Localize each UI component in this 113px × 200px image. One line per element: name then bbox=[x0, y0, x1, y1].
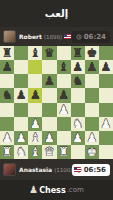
square-a6[interactable] bbox=[0, 74, 14, 88]
square-h4[interactable] bbox=[99, 103, 113, 117]
white-rook: ♜ bbox=[58, 145, 69, 157]
square-a1[interactable]: ♜ bbox=[0, 145, 14, 159]
square-b7[interactable] bbox=[14, 60, 28, 74]
square-f1[interactable] bbox=[71, 145, 85, 159]
white-knight: ♞ bbox=[72, 117, 83, 129]
white-pawn: ♟ bbox=[101, 117, 112, 129]
square-d5[interactable] bbox=[42, 88, 56, 102]
opponent-name: Robert bbox=[19, 33, 42, 40]
opponent-row: Robert (1898) 06:24 bbox=[0, 27, 113, 46]
square-c8[interactable]: ♝ bbox=[28, 46, 42, 60]
square-e5[interactable]: ♟ bbox=[57, 88, 71, 102]
white-queen: ♛ bbox=[44, 145, 55, 157]
white-rook: ♜ bbox=[2, 145, 13, 157]
square-b4[interactable] bbox=[14, 103, 28, 117]
square-a5[interactable]: ♞ bbox=[0, 88, 14, 102]
white-pawn: ♟ bbox=[44, 131, 55, 143]
square-d4[interactable] bbox=[42, 103, 56, 117]
square-a7[interactable]: ♟ bbox=[0, 60, 14, 74]
square-g3[interactable] bbox=[85, 117, 99, 131]
square-h5[interactable] bbox=[99, 88, 113, 102]
square-g7[interactable]: ♟ bbox=[85, 60, 99, 74]
square-c1[interactable]: ♝ bbox=[28, 145, 42, 159]
square-b6[interactable] bbox=[14, 74, 28, 88]
chesscom-logo: Chess bbox=[39, 186, 66, 195]
white-pawn: ♟ bbox=[16, 131, 27, 143]
square-e8[interactable] bbox=[57, 46, 71, 60]
square-a8[interactable]: ♜ bbox=[0, 46, 14, 60]
white-pawn: ♟ bbox=[72, 131, 83, 143]
square-a4[interactable] bbox=[0, 103, 14, 117]
square-b8[interactable] bbox=[14, 46, 28, 60]
square-c5[interactable]: ♟ bbox=[28, 88, 42, 102]
pawn-logo-icon: ♟ bbox=[29, 185, 38, 195]
square-h7[interactable]: ♟ bbox=[99, 60, 113, 74]
square-f3[interactable]: ♞ bbox=[71, 117, 85, 131]
white-bishop: ♝ bbox=[30, 131, 41, 143]
square-f2[interactable]: ♟ bbox=[71, 131, 85, 145]
player-flag-icon bbox=[74, 167, 81, 172]
square-a2[interactable]: ♟ bbox=[0, 131, 14, 145]
black-pawn: ♟ bbox=[86, 61, 97, 73]
white-pawn: ♟ bbox=[58, 103, 69, 115]
opponent-avatar[interactable] bbox=[3, 30, 16, 43]
square-h1[interactable] bbox=[99, 145, 113, 159]
white-pawn: ♟ bbox=[86, 131, 97, 143]
black-king: ♚ bbox=[86, 47, 97, 59]
square-e1[interactable]: ♜ bbox=[57, 145, 71, 159]
opponent-rating: (1898) bbox=[44, 34, 62, 40]
square-e7[interactable]: ♝ bbox=[57, 60, 71, 74]
clock-icon bbox=[76, 34, 82, 40]
white-pawn: ♟ bbox=[30, 117, 41, 129]
square-c2[interactable]: ♝ bbox=[28, 131, 42, 145]
square-d1[interactable]: ♛ bbox=[42, 145, 56, 159]
white-pawn: ♟ bbox=[2, 131, 13, 143]
square-c7[interactable] bbox=[28, 60, 42, 74]
white-bishop: ♝ bbox=[30, 145, 41, 157]
black-pawn: ♟ bbox=[44, 75, 55, 87]
square-g5[interactable] bbox=[85, 88, 99, 102]
black-knight: ♞ bbox=[72, 75, 83, 87]
black-bishop: ♝ bbox=[58, 61, 69, 73]
white-king: ♚ bbox=[86, 145, 97, 157]
opponent-clock: 06:24 bbox=[72, 31, 110, 43]
square-g8[interactable]: ♚ bbox=[85, 46, 99, 60]
square-e4[interactable]: ♟ bbox=[57, 103, 71, 117]
white-knight: ♞ bbox=[16, 145, 27, 157]
square-g4[interactable] bbox=[85, 103, 99, 117]
player-row: Anastasia (1100) 06:56 bbox=[0, 159, 113, 180]
page-title: إلعب bbox=[45, 8, 68, 19]
black-pawn: ♟ bbox=[101, 61, 112, 73]
square-b3[interactable] bbox=[14, 117, 28, 131]
opponent-flag-icon bbox=[64, 34, 71, 39]
footer: ♟ Chess .com bbox=[0, 180, 113, 200]
square-g6[interactable] bbox=[85, 74, 99, 88]
top-bar: إلعب bbox=[0, 0, 113, 27]
square-e2[interactable] bbox=[57, 131, 71, 145]
square-h2[interactable] bbox=[99, 131, 113, 145]
square-d6[interactable]: ♟ bbox=[42, 74, 56, 88]
square-e3[interactable] bbox=[57, 117, 71, 131]
black-pawn: ♟ bbox=[30, 89, 41, 101]
square-f7[interactable]: ♟ bbox=[71, 60, 85, 74]
player-avatar[interactable] bbox=[3, 163, 16, 176]
black-pawn: ♟ bbox=[2, 61, 13, 73]
square-b1[interactable]: ♞ bbox=[14, 145, 28, 159]
square-g1[interactable]: ♚ bbox=[85, 145, 99, 159]
square-c4[interactable] bbox=[28, 103, 42, 117]
square-f8[interactable]: ♜ bbox=[71, 46, 85, 60]
square-a3[interactable] bbox=[0, 117, 14, 131]
square-f5[interactable] bbox=[71, 88, 85, 102]
square-c3[interactable]: ♟ bbox=[28, 117, 42, 131]
square-d8[interactable]: ♛ bbox=[42, 46, 56, 60]
square-b2[interactable]: ♟ bbox=[14, 131, 28, 145]
black-rook: ♜ bbox=[2, 47, 13, 59]
square-d2[interactable]: ♟ bbox=[42, 131, 56, 145]
chess-board: ♜♝♛♜♚♟♝♟♟♟♟♞♞♟♟♟♟♟♞♟♟♟♝♟♟♟♜♞♝♛♜♚ bbox=[0, 46, 113, 159]
black-bishop: ♝ bbox=[30, 47, 41, 59]
square-f6[interactable]: ♞ bbox=[71, 74, 85, 88]
player-rating: (1100) bbox=[54, 167, 72, 173]
black-pawn: ♟ bbox=[58, 89, 69, 101]
square-d3[interactable] bbox=[42, 117, 56, 131]
black-knight: ♞ bbox=[2, 89, 13, 101]
black-queen: ♛ bbox=[44, 47, 55, 59]
player-name: Anastasia bbox=[19, 166, 52, 173]
square-h8[interactable] bbox=[99, 46, 113, 60]
chesscom-logo-suffix: .com bbox=[67, 186, 84, 194]
black-rook: ♜ bbox=[72, 47, 83, 59]
square-c6[interactable] bbox=[28, 74, 42, 88]
square-h6[interactable] bbox=[99, 74, 113, 88]
square-h3[interactable]: ♟ bbox=[99, 117, 113, 131]
square-f4[interactable] bbox=[71, 103, 85, 117]
black-pawn: ♟ bbox=[72, 61, 83, 73]
square-d7[interactable] bbox=[42, 60, 56, 74]
black-pawn: ♟ bbox=[16, 89, 27, 101]
square-g2[interactable]: ♟ bbox=[85, 131, 99, 145]
square-e6[interactable] bbox=[57, 74, 71, 88]
square-b5[interactable]: ♟ bbox=[14, 88, 28, 102]
